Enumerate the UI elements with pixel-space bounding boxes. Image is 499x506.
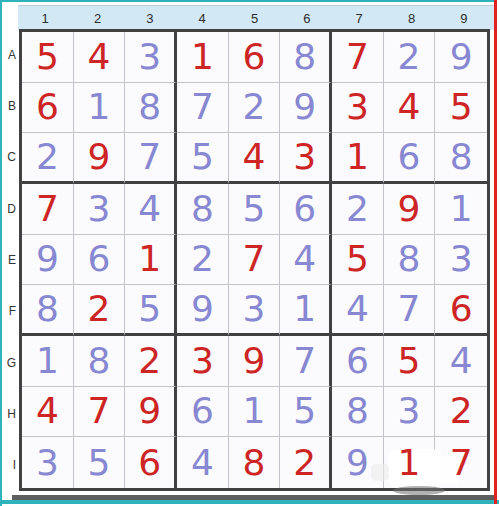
cell-H1[interactable]: 4 [22,387,74,438]
cell-G1[interactable]: 1 [22,336,74,387]
cell-H9[interactable]: 2 [435,387,487,438]
digit-red: 4 [88,39,111,75]
row-label-D: D [2,183,17,234]
cell-C7[interactable]: 1 [332,133,384,184]
cell-E1[interactable]: 9 [22,235,74,286]
digit-blue: 8 [398,241,421,277]
cell-B8[interactable]: 4 [384,83,436,134]
digit-red: 5 [346,241,369,277]
watermark-blob [371,464,389,481]
digit-blue: 7 [138,139,161,175]
digit-blue: 1 [293,291,316,327]
cell-F6[interactable]: 1 [280,285,332,336]
cell-I4[interactable]: 4 [177,437,229,488]
cell-B9[interactable]: 5 [435,83,487,134]
digit-red: 7 [450,445,473,481]
digit-red: 1 [191,39,214,75]
cell-G2[interactable]: 8 [74,336,126,387]
digit-red: 4 [243,139,266,175]
column-header: 123456789 [19,6,490,30]
cell-B3[interactable]: 8 [125,83,177,134]
digit-blue: 8 [293,39,316,75]
digit-blue: 4 [138,191,161,227]
cell-C9[interactable]: 8 [435,133,487,184]
cell-E8[interactable]: 8 [384,235,436,286]
cell-A7[interactable]: 7 [332,32,384,83]
frame-right-red-line [494,0,497,504]
digit-red: 2 [293,445,316,481]
cell-D7[interactable]: 2 [332,184,384,235]
digit-red: 4 [398,89,421,125]
digit-blue: 1 [88,89,111,125]
cell-C4[interactable]: 5 [177,133,229,184]
digit-blue: 4 [346,291,369,327]
cell-C1[interactable]: 2 [22,133,74,184]
digit-blue: 9 [36,241,59,277]
digit-blue: 8 [88,343,111,379]
cell-I5[interactable]: 8 [229,437,281,488]
cell-G6[interactable]: 7 [280,336,332,387]
cell-E2[interactable]: 6 [74,235,126,286]
cell-E3[interactable]: 1 [125,235,177,286]
digit-blue: 2 [346,191,369,227]
digit-red: 2 [88,291,111,327]
digit-red: 6 [36,89,59,125]
cell-E5[interactable]: 7 [229,235,281,286]
digit-blue: 6 [191,393,214,429]
digit-red: 2 [450,393,473,429]
cell-C2[interactable]: 9 [74,133,126,184]
digit-red: 3 [293,139,316,175]
cell-H5[interactable]: 1 [229,387,281,438]
digit-blue: 3 [450,241,473,277]
cell-D5[interactable]: 5 [229,184,281,235]
cell-I2[interactable]: 5 [74,437,126,488]
digit-blue: 5 [191,139,214,175]
cell-H3[interactable]: 9 [125,387,177,438]
cell-C3[interactable]: 7 [125,133,177,184]
column-label-3: 3 [124,6,176,30]
cell-A5[interactable]: 6 [229,32,281,83]
digit-red: 2 [138,343,161,379]
cell-G7[interactable]: 6 [332,336,384,387]
digit-red: 6 [138,445,161,481]
row-label-H: H [2,388,17,439]
cell-B2[interactable]: 1 [74,83,126,134]
digit-blue: 6 [88,241,111,277]
row-label-E: E [2,234,17,285]
cell-G9[interactable]: 4 [435,336,487,387]
cell-H4[interactable]: 6 [177,387,229,438]
digit-blue: 7 [293,343,316,379]
digit-red: 7 [243,241,266,277]
cell-A2[interactable]: 4 [74,32,126,83]
digit-red: 9 [138,393,161,429]
cell-F7[interactable]: 4 [332,285,384,336]
digit-blue: 3 [36,445,59,481]
cell-A8[interactable]: 2 [384,32,436,83]
cell-E6[interactable]: 4 [280,235,332,286]
column-label-8: 8 [385,6,437,30]
cell-E4[interactable]: 2 [177,235,229,286]
digit-blue: 1 [243,393,266,429]
digit-blue: 7 [191,89,214,125]
digit-blue: 1 [450,191,473,227]
cell-H8[interactable]: 3 [384,387,436,438]
cell-G4[interactable]: 3 [177,336,229,387]
digit-blue: 1 [36,343,59,379]
digit-red: 3 [346,89,369,125]
column-label-5: 5 [228,6,280,30]
row-label-I: I [2,440,17,491]
digit-blue: 5 [138,291,161,327]
digit-blue: 3 [243,291,266,327]
row-label-C: C [2,132,17,183]
digit-blue: 3 [88,191,111,227]
cell-I6[interactable]: 2 [280,437,332,488]
digit-blue: 9 [191,291,214,327]
digit-blue: 5 [88,445,111,481]
watermark-smudge [393,486,445,495]
digit-blue: 2 [243,89,266,125]
digit-red: 5 [36,39,59,75]
cell-F8[interactable]: 7 [384,285,436,336]
digit-blue: 2 [398,39,421,75]
cell-A6[interactable]: 8 [280,32,332,83]
sudoku-board: 5431687296187293452975431687348562919612… [19,29,490,491]
sudoku-screenshot: 123456789 ABCDEFGHI 54316872961872934529… [0,0,499,506]
digit-blue: 4 [191,445,214,481]
cell-H2[interactable]: 7 [74,387,126,438]
cell-D6[interactable]: 6 [280,184,332,235]
cell-D2[interactable]: 3 [74,184,126,235]
cell-I3[interactable]: 6 [125,437,177,488]
cell-A4[interactable]: 1 [177,32,229,83]
column-label-2: 2 [71,6,123,30]
row-label-F: F [2,286,17,337]
digit-blue: 3 [398,393,421,429]
digit-red: 1 [138,241,161,277]
digit-blue: 2 [36,139,59,175]
cell-D9[interactable]: 1 [435,184,487,235]
digit-red: 6 [243,39,266,75]
digit-red: 4 [36,393,59,429]
digit-blue: 9 [346,445,369,481]
cell-B5[interactable]: 2 [229,83,281,134]
digit-red: 9 [398,191,421,227]
digit-red: 1 [346,139,369,175]
cell-B4[interactable]: 7 [177,83,229,134]
cell-E7[interactable]: 5 [332,235,384,286]
digit-red: 3 [191,343,214,379]
cell-F2[interactable]: 2 [74,285,126,336]
digit-blue: 6 [398,139,421,175]
digit-blue: 5 [243,191,266,227]
cell-F4[interactable]: 9 [177,285,229,336]
cell-F5[interactable]: 3 [229,285,281,336]
digit-red: 7 [36,191,59,227]
digit-blue: 6 [346,343,369,379]
cell-G8[interactable]: 5 [384,336,436,387]
cell-G3[interactable]: 2 [125,336,177,387]
cell-C8[interactable]: 6 [384,133,436,184]
digit-red: 1 [398,445,421,481]
row-label-G: G [2,337,17,388]
cell-A9[interactable]: 9 [435,32,487,83]
column-label-6: 6 [281,6,333,30]
cell-D4[interactable]: 8 [177,184,229,235]
cell-D1[interactable]: 7 [22,184,74,235]
cell-A1[interactable]: 5 [22,32,74,83]
digit-blue: 8 [346,393,369,429]
cell-G5[interactable]: 9 [229,336,281,387]
digit-blue: 8 [138,89,161,125]
digit-blue: 8 [450,139,473,175]
column-label-4: 4 [176,6,228,30]
column-label-1: 1 [19,6,71,30]
cell-B1[interactable]: 6 [22,83,74,134]
cell-F1[interactable]: 8 [22,285,74,336]
digit-blue: 9 [293,89,316,125]
digit-blue: 8 [36,291,59,327]
row-label-B: B [2,80,17,131]
digit-blue: 3 [138,39,161,75]
digit-red: 8 [243,445,266,481]
row-labels: ABCDEFGHI [2,29,17,491]
row-label-A: A [2,29,17,80]
digit-blue: 4 [450,343,473,379]
cell-H6[interactable]: 5 [280,387,332,438]
cell-B7[interactable]: 3 [332,83,384,134]
digit-red: 7 [88,393,111,429]
frame-top-line [0,0,497,2]
cell-E9[interactable]: 3 [435,235,487,286]
cell-D3[interactable]: 4 [125,184,177,235]
digit-red: 7 [346,39,369,75]
cell-I1[interactable]: 3 [22,437,74,488]
cell-B6[interactable]: 9 [280,83,332,134]
digit-red: 5 [398,343,421,379]
digit-red: 9 [243,343,266,379]
column-header-strip: 123456789 [18,5,494,30]
digit-blue: 5 [293,393,316,429]
digit-red: 9 [88,139,111,175]
digit-blue: 4 [293,241,316,277]
digit-blue: 8 [191,191,214,227]
digit-blue: 7 [398,291,421,327]
cell-D8[interactable]: 9 [384,184,436,235]
digit-blue: 9 [450,39,473,75]
digit-blue: 6 [293,191,316,227]
digit-red: 6 [450,291,473,327]
frame-bottom-line [0,500,499,504]
column-label-7: 7 [333,6,385,30]
digit-blue: 2 [191,241,214,277]
frame-left-line [0,0,2,506]
cell-C5[interactable]: 4 [229,133,281,184]
cell-F9[interactable]: 6 [435,285,487,336]
cell-A3[interactable]: 3 [125,32,177,83]
column-label-9: 9 [438,6,490,30]
cell-C6[interactable]: 3 [280,133,332,184]
digit-red: 5 [450,89,473,125]
cell-F3[interactable]: 5 [125,285,177,336]
cell-H7[interactable]: 8 [332,387,384,438]
